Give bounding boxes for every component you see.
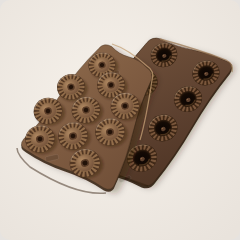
- product-photo: [0, 0, 240, 240]
- scene-canvas: [0, 0, 240, 240]
